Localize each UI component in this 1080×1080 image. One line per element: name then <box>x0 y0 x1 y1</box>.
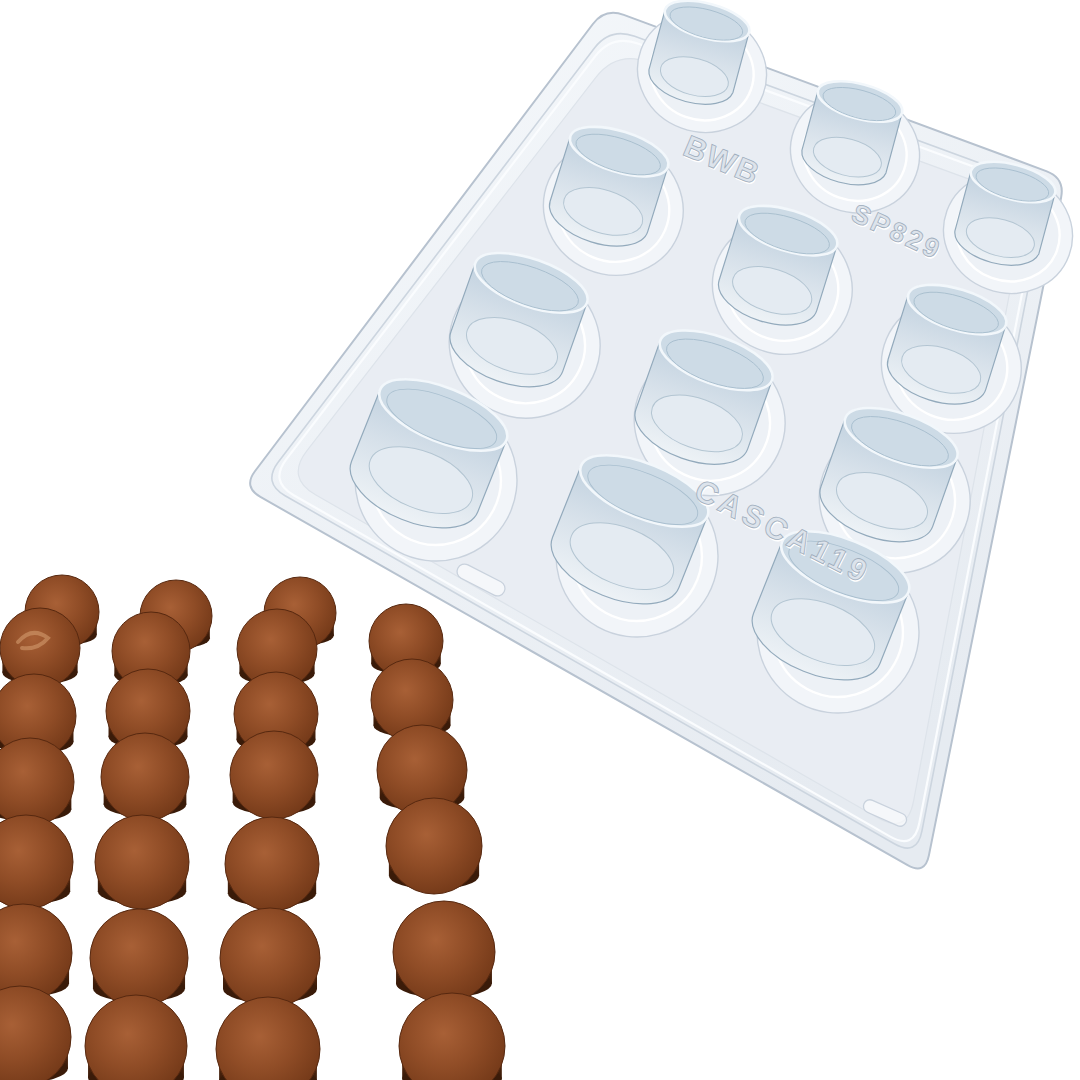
chocolate-piece <box>90 909 188 1007</box>
chocolate-piece <box>386 798 482 894</box>
chocolate-piece <box>393 901 495 1003</box>
product-collage-photo: BWBBWBSP829SP829CASCA119CASCA119 <box>0 0 1080 1080</box>
chocolates-inset-photo <box>0 575 505 1080</box>
chocolate-piece <box>399 993 505 1080</box>
chocolate-piece <box>0 986 71 1080</box>
chocolate-piece <box>95 815 189 909</box>
chocolate-piece <box>0 815 73 909</box>
chocolate-piece <box>0 738 74 826</box>
chocolate-piece <box>230 731 318 819</box>
chocolate-mold-tray: BWBBWBSP829SP829CASCA119CASCA119 <box>250 0 1080 868</box>
chocolate-piece <box>216 997 320 1080</box>
chocolate-column <box>0 608 80 1080</box>
chocolate-piece <box>101 733 189 821</box>
chocolate-piece <box>225 817 319 911</box>
chocolate-column <box>369 604 505 1080</box>
product-photo: BWBBWBSP829SP829CASCA119CASCA119 <box>0 0 1080 1080</box>
chocolate-column <box>216 609 320 1080</box>
chocolate-piece <box>220 908 320 1008</box>
chocolate-piece <box>85 995 187 1080</box>
chocolate-column <box>85 612 190 1080</box>
